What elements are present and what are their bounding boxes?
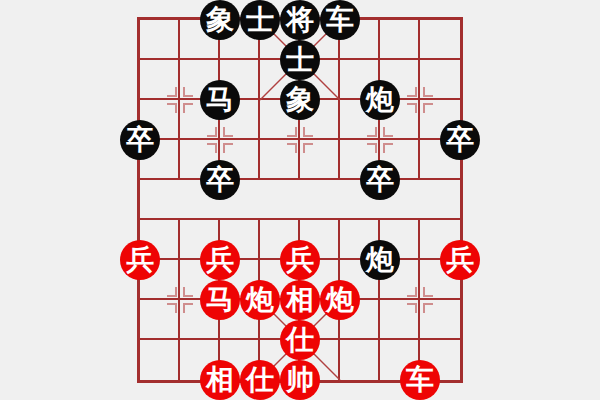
piece-red-advisor[interactable]: 仕 [280,320,320,360]
xiangqi-app: 象士将车士马象炮卒卒卒卒兵兵兵炮兵马炮相炮仕相仕帅车 [0,0,600,400]
piece-red-general[interactable]: 帅 [280,360,320,400]
piece-black-horse[interactable]: 马 [200,80,240,120]
piece-red-cannon[interactable]: 炮 [320,280,360,320]
piece-black-advisor[interactable]: 士 [240,0,280,40]
piece-black-elephant[interactable]: 象 [280,80,320,120]
piece-black-soldier[interactable]: 卒 [440,120,480,160]
piece-black-general[interactable]: 将 [280,0,320,40]
piece-red-chariot[interactable]: 车 [400,360,440,400]
piece-black-elephant[interactable]: 象 [200,0,240,40]
piece-black-soldier[interactable]: 卒 [360,160,400,200]
pieces-layer: 象士将车士马象炮卒卒卒卒兵兵兵炮兵马炮相炮仕相仕帅车 [0,0,600,400]
piece-black-chariot[interactable]: 车 [320,0,360,40]
piece-red-soldier[interactable]: 兵 [280,240,320,280]
piece-red-soldier[interactable]: 兵 [440,240,480,280]
piece-red-elephant[interactable]: 相 [200,360,240,400]
piece-red-soldier[interactable]: 兵 [120,240,160,280]
piece-black-cannon[interactable]: 炮 [360,80,400,120]
piece-black-soldier[interactable]: 卒 [200,160,240,200]
piece-red-horse[interactable]: 马 [200,280,240,320]
piece-red-cannon[interactable]: 炮 [240,280,280,320]
piece-red-soldier[interactable]: 兵 [200,240,240,280]
piece-red-elephant[interactable]: 相 [280,280,320,320]
piece-black-cannon[interactable]: 炮 [360,240,400,280]
piece-black-soldier[interactable]: 卒 [120,120,160,160]
piece-red-advisor[interactable]: 仕 [240,360,280,400]
piece-black-advisor[interactable]: 士 [280,40,320,80]
